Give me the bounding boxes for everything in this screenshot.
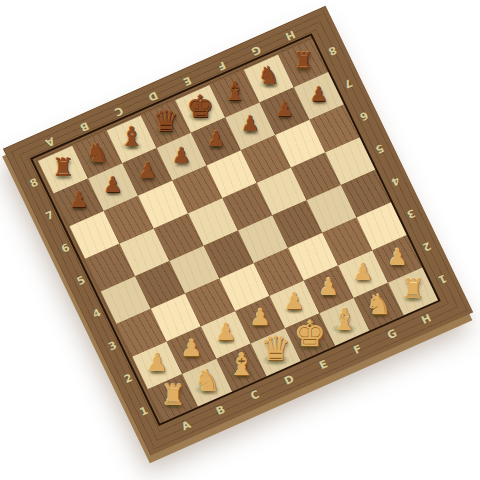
queen-glyph: ♛ (261, 333, 291, 367)
bishop-glyph: ♝ (228, 350, 256, 381)
knight-glyph: ♞ (258, 64, 280, 89)
knight-glyph: ♞ (366, 290, 392, 319)
pawn-glyph: ♟ (69, 190, 89, 212)
rook-glyph: ♜ (160, 382, 185, 410)
rook-glyph: ♜ (293, 50, 313, 73)
pawn-glyph: ♟ (318, 276, 339, 299)
pawn-glyph: ♟ (215, 321, 236, 345)
pawn-glyph: ♟ (387, 246, 407, 269)
bishop-glyph: ♝ (120, 124, 144, 151)
chess-board: AA88BB77CC66DD55EE44FF33GG22HH11 (3, 6, 473, 456)
bishop-glyph: ♝ (331, 304, 358, 334)
pawn-glyph: ♟ (172, 144, 191, 165)
rook-glyph: ♜ (52, 156, 74, 180)
pawn-glyph: ♟ (241, 114, 260, 135)
pawn-glyph: ♟ (275, 99, 293, 120)
queen-glyph: ♛ (153, 107, 179, 136)
pawn-glyph: ♟ (310, 84, 328, 104)
pawn-glyph: ♟ (146, 351, 168, 375)
pawn-glyph: ♟ (284, 291, 305, 314)
photo-scene: AA88BB77CC66DD55EE44FF33GG22HH11 ♜♞♝♛♚♝♞… (0, 0, 480, 480)
king-glyph: ♚ (186, 91, 214, 122)
pawn-glyph: ♟ (103, 175, 122, 197)
pawn-glyph: ♟ (207, 129, 226, 150)
rook-glyph: ♜ (401, 276, 425, 302)
pawn-glyph: ♟ (138, 159, 157, 180)
pawn-glyph: ♟ (353, 261, 374, 284)
king-glyph: ♚ (294, 316, 326, 352)
bishop-glyph: ♝ (223, 79, 246, 105)
pawn-glyph: ♟ (181, 336, 203, 360)
knight-glyph: ♞ (86, 139, 109, 165)
pawn-glyph: ♟ (250, 306, 271, 330)
knight-glyph: ♞ (194, 365, 221, 395)
